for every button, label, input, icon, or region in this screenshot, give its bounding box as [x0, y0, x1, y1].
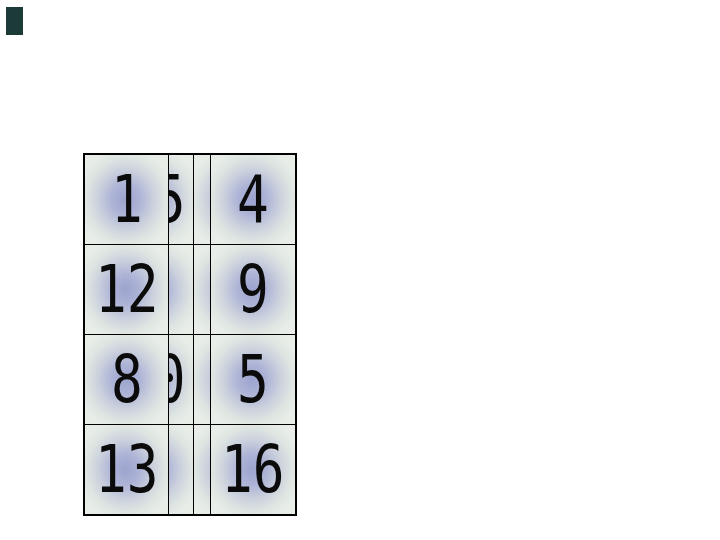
cell-r1c2: 15 — [169, 155, 193, 244]
cell-number: 12 — [95, 257, 159, 323]
cell-face: 13 — [85, 425, 168, 514]
cell-r4c1: 13 — [85, 425, 168, 514]
cell-number: 16 — [221, 437, 285, 503]
cell-r4c2: 3 — [169, 425, 193, 514]
cell-r4c3: 2 — [194, 425, 210, 514]
cell-r1c3: 14 — [194, 155, 210, 244]
cell-number: 14 — [204, 167, 210, 233]
corner-mark — [6, 7, 23, 35]
cell-face: 16 — [211, 425, 295, 514]
cell-r3c3: 11 — [194, 335, 210, 424]
cell-face: 11 — [194, 335, 210, 424]
cell-r4c4: 16 — [211, 425, 295, 514]
cell-face: 5 — [211, 335, 295, 424]
cell-r1c4: 4 — [211, 155, 295, 244]
cell-number: 5 — [237, 347, 269, 413]
cell-face: 15 — [169, 155, 193, 244]
cell-r1c1: 1 — [85, 155, 168, 244]
cell-face: 10 — [169, 335, 193, 424]
cell-r3c1: 8 — [85, 335, 168, 424]
cell-number: 13 — [95, 437, 159, 503]
cell-face: 8 — [85, 335, 168, 424]
cell-number: 8 — [111, 347, 143, 413]
cell-face: 1 — [85, 155, 168, 244]
cell-r2c4: 9 — [211, 245, 295, 334]
cell-face: 4 — [211, 155, 295, 244]
cell-r3c2: 10 — [169, 335, 193, 424]
cell-number: 11 — [204, 347, 210, 413]
cell-face: 14 — [194, 155, 210, 244]
cell-face: 9 — [211, 245, 295, 334]
cell-number: 9 — [237, 257, 269, 323]
cell-r2c3: 7 — [194, 245, 210, 334]
cell-face: 6 — [169, 245, 193, 334]
cell-number: 10 — [169, 347, 185, 413]
cell-face: 2 — [194, 425, 210, 514]
cell-face: 12 — [85, 245, 168, 334]
cell-face: 7 — [194, 245, 210, 334]
magic-square-grid: 1 15 14 4 12 6 — [83, 153, 297, 516]
cell-number: 15 — [169, 167, 185, 233]
cell-face: 3 — [169, 425, 193, 514]
cell-r2c2: 6 — [169, 245, 193, 334]
cell-r3c4: 5 — [211, 335, 295, 424]
cell-r2c1: 12 — [85, 245, 168, 334]
cell-number: 1 — [111, 167, 143, 233]
cell-number: 4 — [237, 167, 269, 233]
